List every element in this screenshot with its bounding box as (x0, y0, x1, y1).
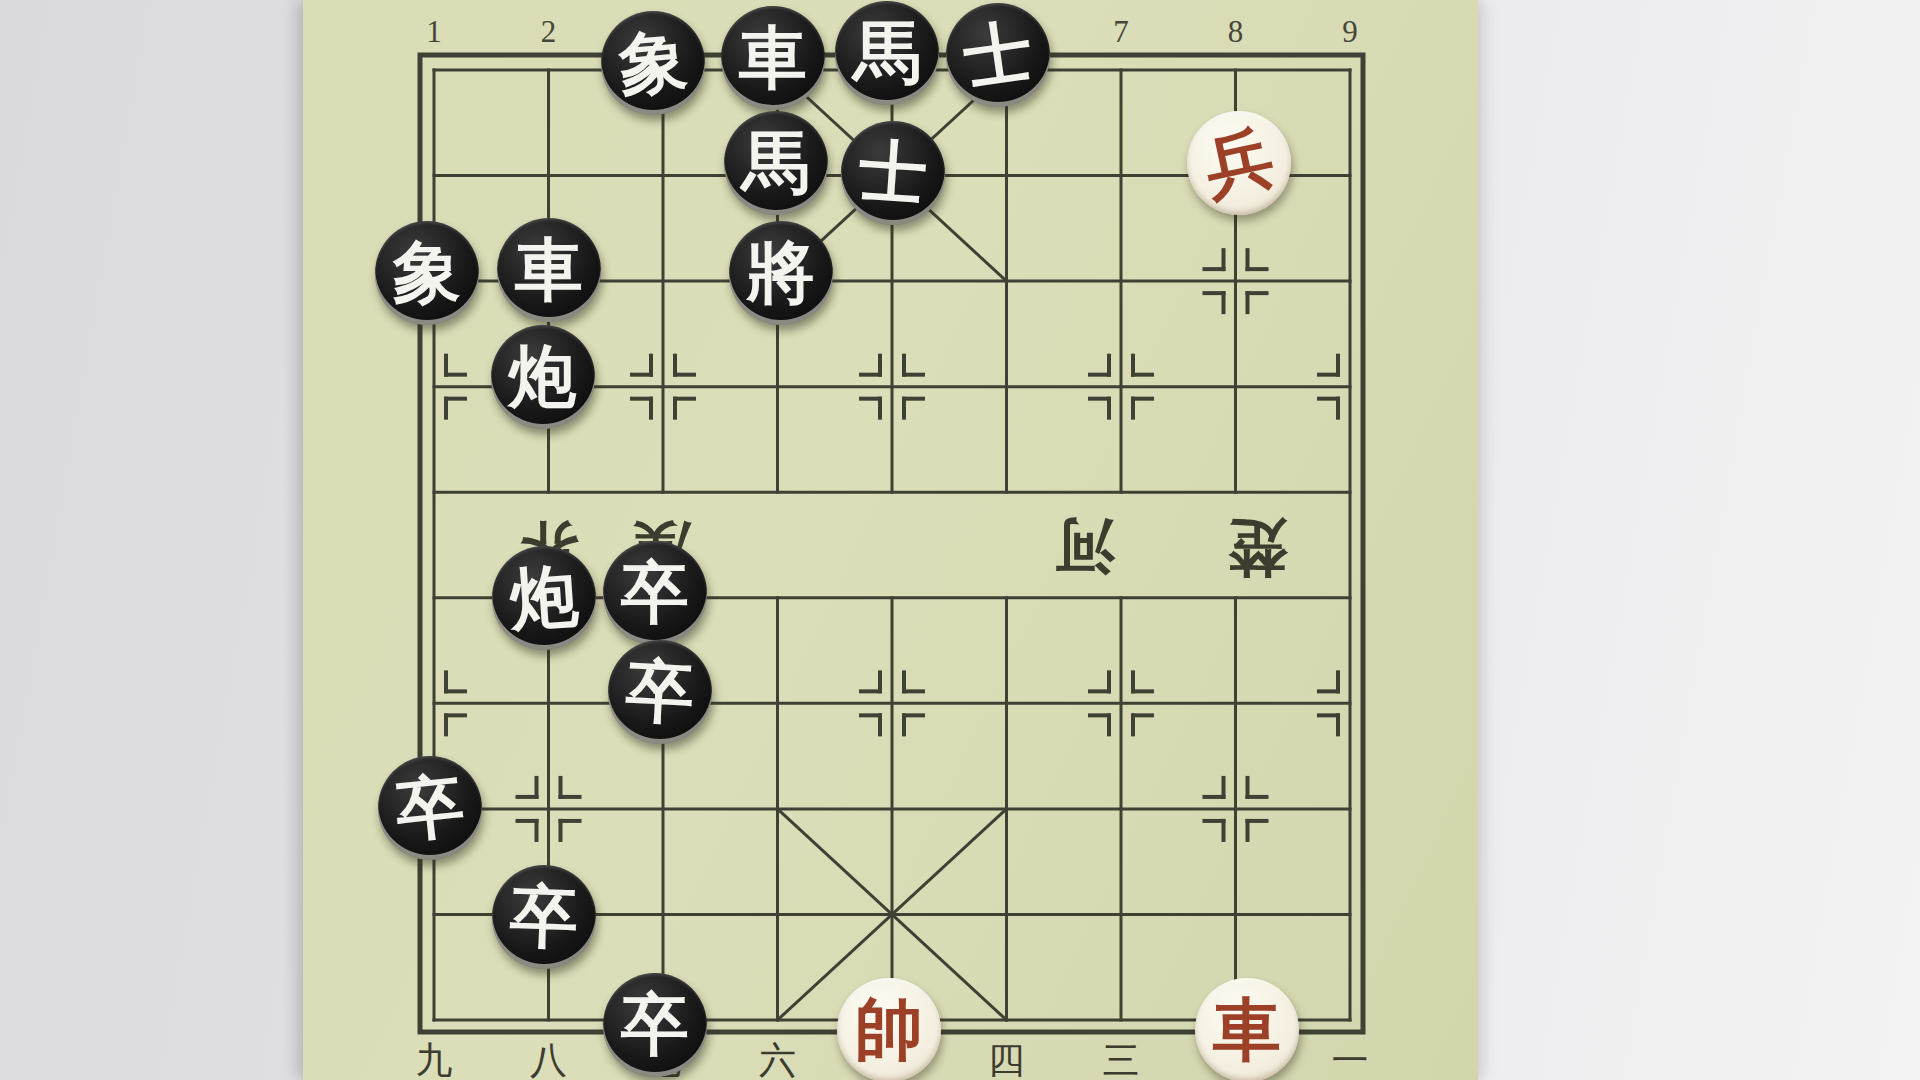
board-grid (0, 0, 1920, 1080)
file-label-top-7: 7 (1079, 14, 1163, 50)
river-inscription-char: 河 (1043, 504, 1127, 588)
piece-black-卒-f3r10[interactable]: 卒 (603, 973, 707, 1077)
piece-black-卒-f1r8[interactable]: 卒 (378, 756, 482, 860)
piece-character: 象 (393, 239, 461, 307)
piece-character: 馬 (742, 129, 810, 197)
piece-red-兵-f8r2[interactable]: 兵 (1187, 111, 1291, 215)
piece-black-將-f4r3[interactable]: 將 (729, 221, 833, 325)
file-label-top-9: 9 (1308, 14, 1392, 50)
piece-black-車-f4r1[interactable]: 車 (721, 6, 825, 110)
piece-character: 士 (959, 17, 1036, 94)
file-label-top-8: 8 (1194, 14, 1278, 50)
file-label-bottom-2: 八 (507, 1036, 591, 1080)
piece-character: 卒 (624, 657, 695, 728)
piece-character: 馬 (853, 19, 921, 87)
piece-character: 卒 (393, 771, 468, 846)
piece-black-卒-f3r6[interactable]: 卒 (603, 541, 707, 645)
piece-black-馬-f5r1[interactable]: 馬 (835, 1, 939, 105)
piece-character: 車 (515, 236, 583, 304)
piece-character: 車 (739, 24, 807, 92)
piece-character: 將 (747, 239, 815, 307)
piece-character: 炮 (507, 562, 580, 635)
piece-character: 象 (616, 26, 690, 100)
file-label-top-2: 2 (507, 14, 591, 50)
river-inscription-char: 楚 (1216, 506, 1300, 590)
piece-character: 車 (1213, 996, 1281, 1064)
piece-black-士-f5r2[interactable]: 士 (841, 121, 945, 225)
file-label-bottom-9: 一 (1308, 1036, 1392, 1080)
piece-character: 卒 (621, 991, 689, 1059)
piece-red-車-f8r10[interactable]: 車 (1195, 978, 1299, 1080)
piece-black-象-f3r1[interactable]: 象 (601, 11, 705, 115)
piece-character: 卒 (508, 882, 578, 952)
piece-black-炮-f2r4[interactable]: 炮 (491, 325, 595, 429)
piece-character: 帥 (855, 996, 923, 1064)
file-label-bottom-6: 四 (965, 1036, 1049, 1080)
piece-black-卒-f3r7[interactable]: 卒 (608, 640, 712, 744)
piece-black-卒-f2r9[interactable]: 卒 (492, 865, 596, 969)
piece-character: 炮 (509, 343, 577, 411)
file-label-bottom-1: 九 (392, 1036, 476, 1080)
piece-black-炮-f2r6[interactable]: 炮 (492, 546, 596, 650)
file-label-bottom-7: 三 (1079, 1036, 1163, 1080)
photo-background: 界漢河楚 123456789九八七六五四三二一 象車馬士馬士兵象車將炮炮卒卒卒卒… (0, 0, 1920, 1080)
piece-character: 兵 (1198, 122, 1279, 203)
file-label-bottom-4: 六 (736, 1036, 820, 1080)
piece-black-馬-f4r2[interactable]: 馬 (724, 111, 828, 215)
piece-black-車-f2r3[interactable]: 車 (497, 218, 601, 322)
piece-character: 卒 (621, 559, 689, 627)
piece-black-士-f6r1[interactable]: 士 (946, 3, 1050, 107)
piece-black-象-f1r3[interactable]: 象 (375, 221, 479, 325)
piece-red-帥-f5r10[interactable]: 帥 (837, 978, 941, 1080)
piece-character: 士 (857, 136, 930, 209)
file-label-top-1: 1 (392, 14, 476, 50)
